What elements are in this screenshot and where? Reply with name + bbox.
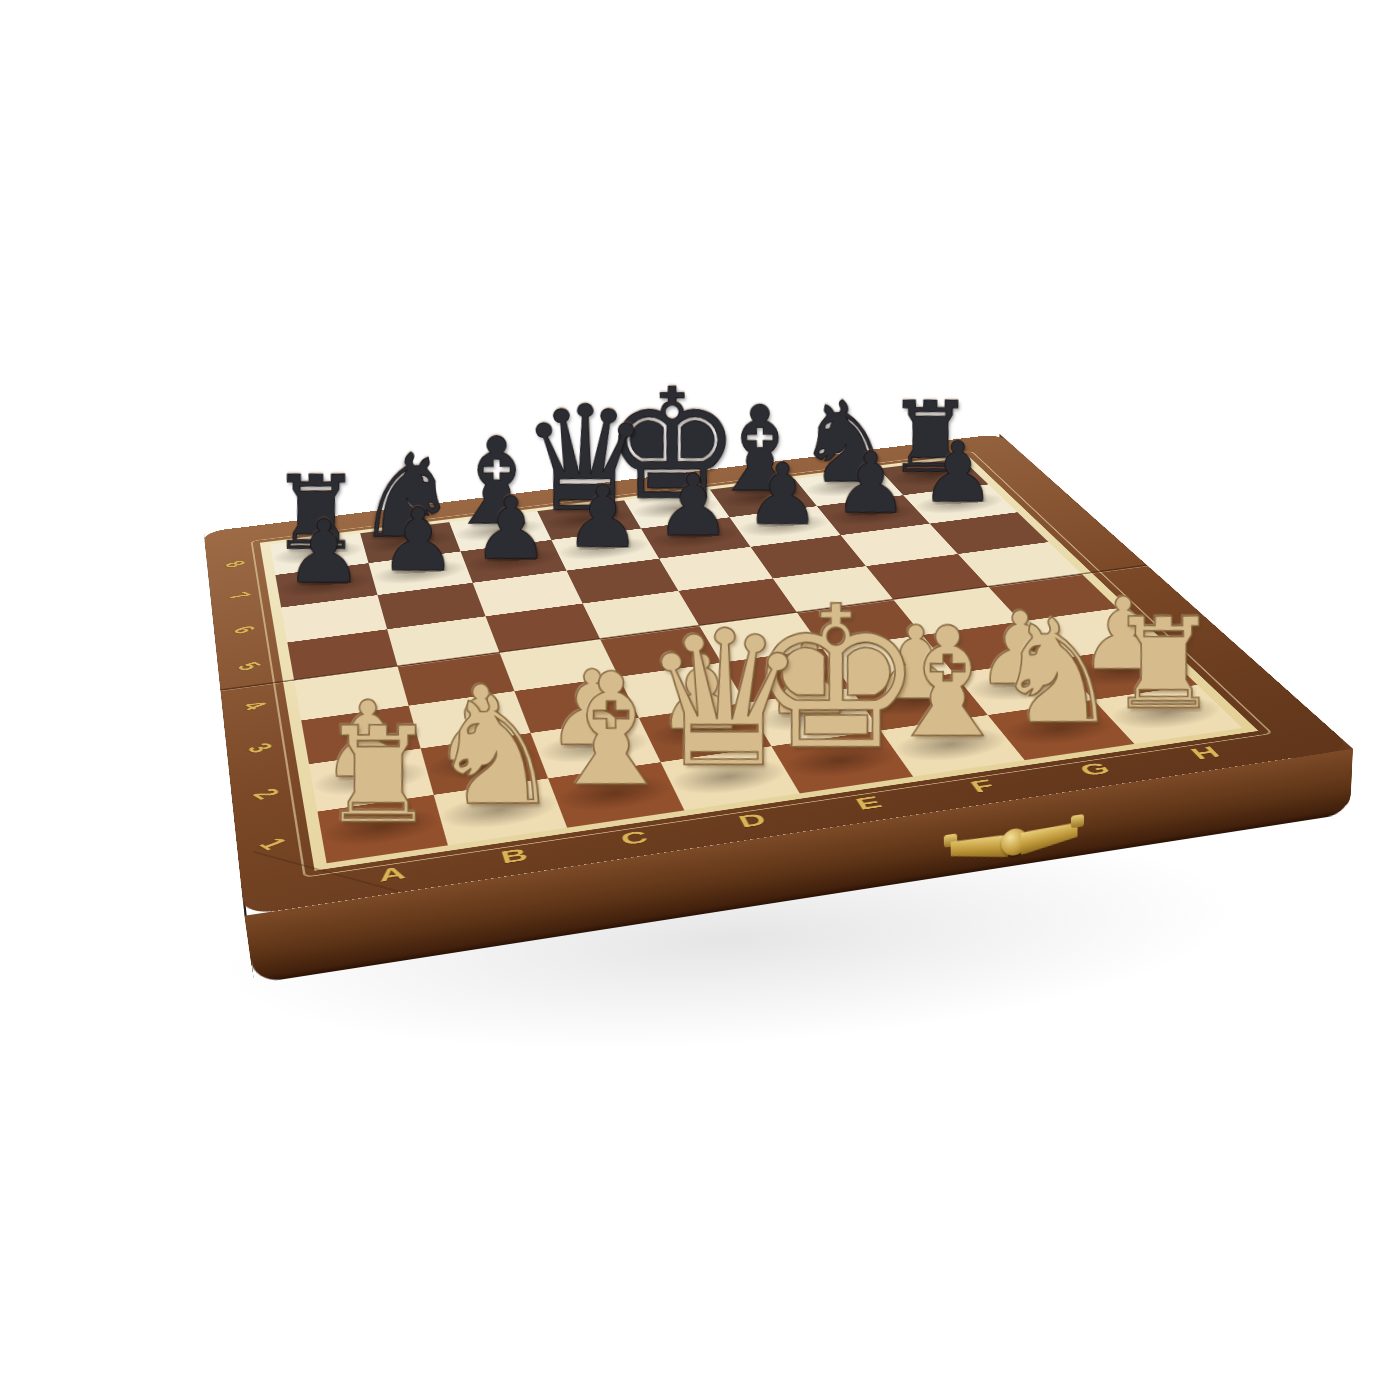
board-box: 12345678ABCDEFGH ♜♞♝♛♚♝♞♜♟♟♟♟♟♟♟♟♟♟♟♟♟♟♟… <box>204 434 1353 916</box>
product-photo: 12345678ABCDEFGH ♜♞♝♛♚♝♞♜♟♟♟♟♟♟♟♟♟♟♟♟♟♟♟… <box>0 0 1400 1400</box>
white-rook-glyph: ♜ <box>319 715 438 837</box>
brass-latch-icon <box>944 812 1084 872</box>
piece-billboard: ♜ <box>215 531 530 837</box>
photo-wrapper: 12345678ABCDEFGH ♜♞♝♛♚♝♞♜♟♟♟♟♟♟♟♟♟♟♟♟♟♟♟… <box>0 0 1400 1400</box>
latch-tab <box>1071 814 1084 828</box>
latch-wing <box>950 835 1008 861</box>
perspective-stage: 12345678ABCDEFGH ♜♞♝♛♚♝♞♜♟♟♟♟♟♟♟♟♟♟♟♟♟♟♟… <box>0 0 1400 1400</box>
latch-wing <box>1021 818 1078 855</box>
